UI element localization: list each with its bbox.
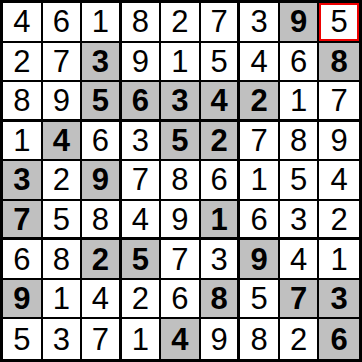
cell-r1c1[interactable]: 4 xyxy=(3,3,43,43)
cell-r4c4[interactable]: 3 xyxy=(122,122,162,162)
cell-r6c5[interactable]: 9 xyxy=(161,201,201,241)
cell-r7c7-given[interactable]: 9 xyxy=(240,240,280,280)
cell-r8c1-given[interactable]: 9 xyxy=(3,280,43,320)
cell-r2c5[interactable]: 1 xyxy=(161,43,201,83)
cell-r5c5[interactable]: 8 xyxy=(161,161,201,201)
cell-r1c9[interactable]: 5 xyxy=(319,3,359,43)
cell-r1c3[interactable]: 1 xyxy=(82,3,122,43)
cell-r3c7-given[interactable]: 2 xyxy=(240,82,280,122)
cell-r7c3-given[interactable]: 2 xyxy=(82,240,122,280)
cell-r9c6[interactable]: 9 xyxy=(201,319,241,359)
cell-r1c4[interactable]: 8 xyxy=(122,3,162,43)
cell-r1c7[interactable]: 3 xyxy=(240,3,280,43)
cell-r3c6-given[interactable]: 4 xyxy=(201,82,241,122)
cell-r4c3[interactable]: 6 xyxy=(82,122,122,162)
cell-r7c9[interactable]: 1 xyxy=(319,240,359,280)
cell-r3c9[interactable]: 7 xyxy=(319,82,359,122)
cell-r2c6[interactable]: 5 xyxy=(201,43,241,83)
cell-r9c2[interactable]: 3 xyxy=(43,319,83,359)
cell-r5c7[interactable]: 1 xyxy=(240,161,280,201)
cell-r1c5[interactable]: 2 xyxy=(161,3,201,43)
cell-r4c7[interactable]: 7 xyxy=(240,122,280,162)
cell-r6c1-given[interactable]: 7 xyxy=(3,201,43,241)
cell-r4c9[interactable]: 9 xyxy=(319,122,359,162)
cell-r5c8[interactable]: 5 xyxy=(280,161,320,201)
cell-r2c9-given[interactable]: 8 xyxy=(319,43,359,83)
cell-r9c5-given[interactable]: 4 xyxy=(161,319,201,359)
cell-r2c4[interactable]: 9 xyxy=(122,43,162,83)
cell-r4c5-given[interactable]: 5 xyxy=(161,122,201,162)
cell-r8c3[interactable]: 4 xyxy=(82,280,122,320)
cell-r1c2[interactable]: 6 xyxy=(43,3,83,43)
cell-r6c4[interactable]: 4 xyxy=(122,201,162,241)
cell-r5c3-given[interactable]: 9 xyxy=(82,161,122,201)
cell-r4c1[interactable]: 1 xyxy=(3,122,43,162)
cell-r4c6-given[interactable]: 2 xyxy=(201,122,241,162)
cell-r3c2[interactable]: 9 xyxy=(43,82,83,122)
cell-r6c9[interactable]: 2 xyxy=(319,201,359,241)
cell-r8c2[interactable]: 1 xyxy=(43,280,83,320)
cell-r7c2[interactable]: 8 xyxy=(43,240,83,280)
cell-r8c5[interactable]: 6 xyxy=(161,280,201,320)
cell-r7c8[interactable]: 4 xyxy=(280,240,320,280)
cell-r3c4-given[interactable]: 6 xyxy=(122,82,162,122)
cell-r2c7[interactable]: 4 xyxy=(240,43,280,83)
cell-r7c1[interactable]: 6 xyxy=(3,240,43,280)
sudoku-board: 4618273952739154688956342171463527893297… xyxy=(0,0,362,362)
cell-r5c4[interactable]: 7 xyxy=(122,161,162,201)
cell-r2c3-given[interactable]: 3 xyxy=(82,43,122,83)
cell-r5c1-given[interactable]: 3 xyxy=(3,161,43,201)
cell-r6c2[interactable]: 5 xyxy=(43,201,83,241)
cell-r6c3[interactable]: 8 xyxy=(82,201,122,241)
cell-r9c9-given[interactable]: 6 xyxy=(319,319,359,359)
cell-r7c6[interactable]: 3 xyxy=(201,240,241,280)
cell-r8c7[interactable]: 5 xyxy=(240,280,280,320)
cell-r8c8-given[interactable]: 7 xyxy=(280,280,320,320)
cell-r7c5[interactable]: 7 xyxy=(161,240,201,280)
cell-r2c1[interactable]: 2 xyxy=(3,43,43,83)
cell-r9c7[interactable]: 8 xyxy=(240,319,280,359)
cell-r9c1[interactable]: 5 xyxy=(3,319,43,359)
cell-r3c5-given[interactable]: 3 xyxy=(161,82,201,122)
cell-r8c4[interactable]: 2 xyxy=(122,280,162,320)
cell-r5c9[interactable]: 4 xyxy=(319,161,359,201)
cell-r9c4[interactable]: 1 xyxy=(122,319,162,359)
cell-r7c4-given[interactable]: 5 xyxy=(122,240,162,280)
cell-r8c6-given[interactable]: 8 xyxy=(201,280,241,320)
cell-r6c7[interactable]: 6 xyxy=(240,201,280,241)
cell-r3c1[interactable]: 8 xyxy=(3,82,43,122)
cell-r1c6[interactable]: 7 xyxy=(201,3,241,43)
cell-r1c8-given[interactable]: 9 xyxy=(280,3,320,43)
cell-r8c9-given[interactable]: 3 xyxy=(319,280,359,320)
cell-r2c2[interactable]: 7 xyxy=(43,43,83,83)
cell-r5c6[interactable]: 6 xyxy=(201,161,241,201)
cell-r9c8[interactable]: 2 xyxy=(280,319,320,359)
cell-r6c6-given[interactable]: 1 xyxy=(201,201,241,241)
cell-r5c2[interactable]: 2 xyxy=(43,161,83,201)
cell-r6c8[interactable]: 3 xyxy=(280,201,320,241)
cell-r3c8[interactable]: 1 xyxy=(280,82,320,122)
cell-r2c8[interactable]: 6 xyxy=(280,43,320,83)
cell-r9c3[interactable]: 7 xyxy=(82,319,122,359)
cell-r4c8[interactable]: 8 xyxy=(280,122,320,162)
cell-r3c3-given[interactable]: 5 xyxy=(82,82,122,122)
cell-r4c2-given[interactable]: 4 xyxy=(43,122,83,162)
